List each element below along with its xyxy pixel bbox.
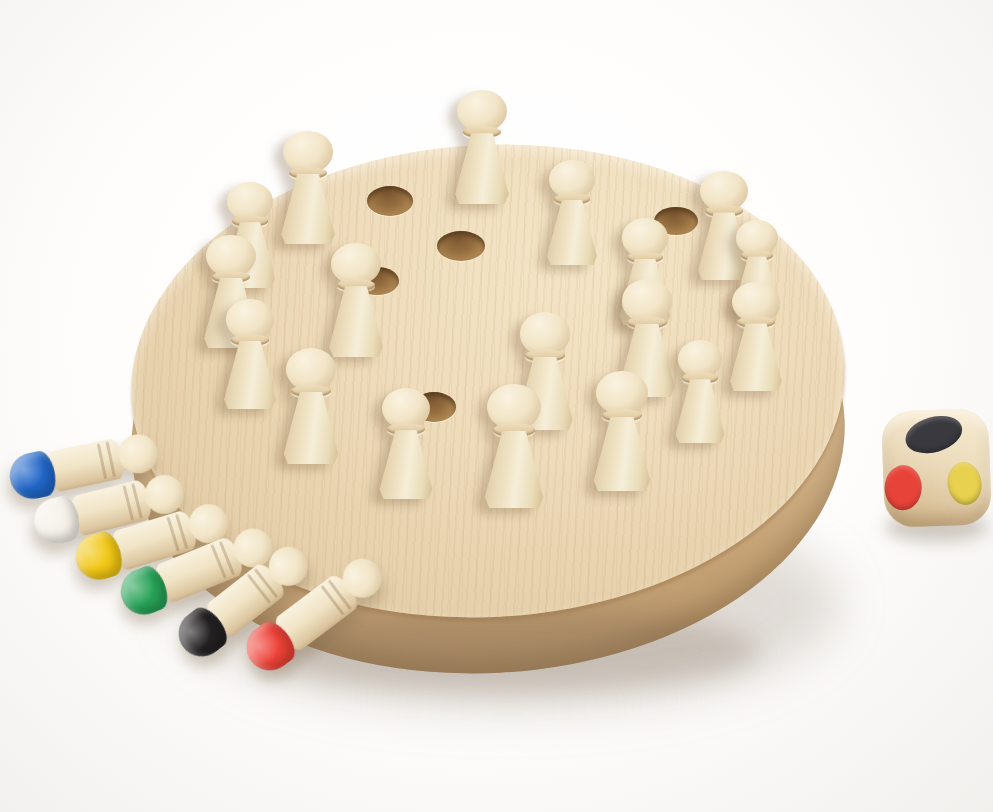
standing-peg-p17[interactable] [378, 388, 434, 499]
standing-peg-p1[interactable] [454, 90, 511, 204]
peg-body [378, 430, 434, 499]
standing-peg-p3[interactable] [546, 160, 599, 265]
standing-peg-p2[interactable] [280, 131, 337, 244]
peg-body [592, 417, 652, 491]
color-die[interactable] [881, 408, 992, 528]
peg-body [483, 431, 545, 508]
peg-body [280, 174, 337, 244]
empty-hole-h3[interactable] [437, 231, 485, 261]
empty-hole-h1[interactable] [367, 186, 413, 216]
standing-peg-p11[interactable] [729, 282, 784, 391]
scene-photo [0, 0, 993, 812]
standing-peg-p16[interactable] [592, 371, 652, 491]
peg-body [282, 392, 340, 464]
standing-peg-p12[interactable] [223, 299, 278, 409]
standing-peg-p15[interactable] [282, 348, 340, 464]
standing-peg-p18[interactable] [483, 384, 545, 508]
standing-peg-p14[interactable] [674, 340, 726, 443]
peg-body [454, 133, 511, 204]
standing-peg-p9[interactable] [328, 243, 385, 357]
peg-body [674, 379, 726, 443]
peg-body [328, 286, 385, 357]
peg-body [546, 200, 599, 265]
peg-body [223, 341, 278, 409]
peg-body [729, 323, 784, 391]
